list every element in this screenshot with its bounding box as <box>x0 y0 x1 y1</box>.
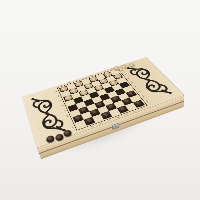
square-f3[interactable] <box>110 96 121 104</box>
rank-label-1: 1 <box>143 98 150 104</box>
square-d2[interactable] <box>97 106 108 114</box>
square-h2[interactable] <box>129 95 141 103</box>
wooden-game-box: abcdefgh abcdefgh 87654321 87654321 <box>22 57 185 148</box>
square-b4[interactable] <box>76 101 87 109</box>
square-c4[interactable] <box>84 99 95 107</box>
square-h1[interactable] <box>133 100 145 108</box>
square-b1[interactable] <box>84 117 96 126</box>
square-d4[interactable] <box>92 96 103 104</box>
rank-label-1: 1 <box>69 124 75 131</box>
latch-clasp <box>112 123 120 130</box>
checker-dark[interactable] <box>122 97 132 104</box>
square-c2[interactable] <box>89 109 100 117</box>
rank-label-3: 3 <box>64 113 70 120</box>
checker-dark[interactable] <box>126 90 136 97</box>
checker-dark[interactable] <box>79 106 89 114</box>
square-h3[interactable] <box>126 90 137 97</box>
square-a2[interactable] <box>73 114 84 122</box>
checker-dark[interactable] <box>106 103 116 111</box>
checker-dark[interactable] <box>95 101 105 108</box>
checker-dark[interactable] <box>133 100 144 107</box>
rank-label-4: 4 <box>62 107 68 113</box>
square-b2[interactable] <box>81 111 92 119</box>
square-d1[interactable] <box>100 111 112 119</box>
square-e3[interactable] <box>102 98 113 106</box>
square-a4[interactable] <box>68 104 79 112</box>
square-a1[interactable] <box>75 120 86 129</box>
square-c1[interactable] <box>92 114 104 123</box>
square-f1[interactable] <box>117 105 129 113</box>
checker-dark[interactable] <box>101 111 111 119</box>
square-a3[interactable] <box>70 109 81 117</box>
square-c3[interactable] <box>86 104 97 112</box>
checker-dark[interactable] <box>73 114 83 122</box>
square-g1[interactable] <box>125 103 137 111</box>
checker-dark[interactable] <box>111 95 121 102</box>
square-b3[interactable] <box>78 106 89 114</box>
checker-dark[interactable] <box>84 117 94 125</box>
square-f2[interactable] <box>114 100 125 108</box>
scene-tilt: abcdefgh abcdefgh 87654321 87654321 <box>0 0 200 200</box>
checker-dark[interactable] <box>90 108 100 116</box>
rank-label-2: 2 <box>139 93 146 99</box>
rank-label-5: 5 <box>60 103 66 109</box>
square-g3[interactable] <box>118 93 129 100</box>
square-h4[interactable] <box>122 86 133 93</box>
square-e2[interactable] <box>105 103 116 111</box>
product-photo: abcdefgh abcdefgh 87654321 87654321 <box>0 0 200 200</box>
square-a5[interactable] <box>65 99 75 107</box>
square-g2[interactable] <box>121 98 133 106</box>
square-e1[interactable] <box>109 108 121 116</box>
rank-label-2: 2 <box>67 118 73 125</box>
camera: abcdefgh abcdefgh 87654321 87654321 <box>0 0 200 200</box>
checker-dark[interactable] <box>117 105 127 113</box>
square-d3[interactable] <box>94 101 105 109</box>
